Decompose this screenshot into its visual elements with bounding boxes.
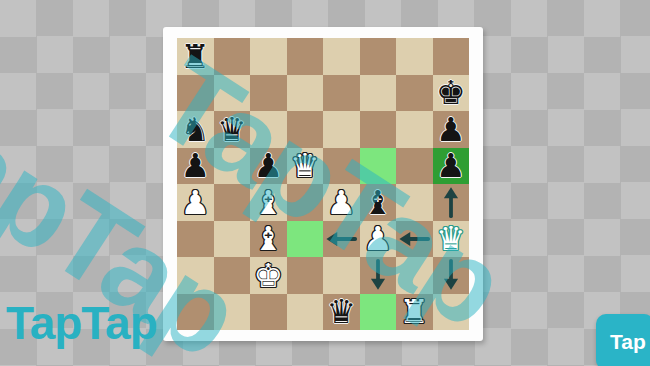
square-f4: ♝ bbox=[360, 184, 397, 221]
piece-white-pawn: ♟ bbox=[363, 222, 393, 255]
square-d8 bbox=[287, 38, 324, 75]
square-e5 bbox=[323, 148, 360, 185]
piece-black-knight: ♞ bbox=[180, 113, 210, 146]
square-f6 bbox=[360, 111, 397, 148]
square-d2 bbox=[287, 257, 324, 294]
piece-white-bishop: ♝ bbox=[253, 186, 283, 219]
square-c5: ♟ bbox=[250, 148, 287, 185]
chess-board-frame: ♜♚♞♛♟♟♟♛♟♟♝♟♝♝♟♛♚♛♜ bbox=[163, 27, 483, 341]
piece-white-pawn: ♟ bbox=[180, 186, 210, 219]
square-a7 bbox=[177, 75, 214, 112]
square-d5: ♛ bbox=[287, 148, 324, 185]
piece-white-queen: ♛ bbox=[290, 149, 320, 182]
square-e4: ♟ bbox=[323, 184, 360, 221]
square-e3 bbox=[323, 221, 360, 258]
square-c6 bbox=[250, 111, 287, 148]
piece-white-rook: ♜ bbox=[399, 295, 429, 328]
square-e6 bbox=[323, 111, 360, 148]
square-h7: ♚ bbox=[433, 75, 470, 112]
square-a8: ♜ bbox=[177, 38, 214, 75]
square-c3: ♝ bbox=[250, 221, 287, 258]
square-b1 bbox=[214, 294, 251, 331]
square-e8 bbox=[323, 38, 360, 75]
square-g5 bbox=[396, 148, 433, 185]
square-b8 bbox=[214, 38, 251, 75]
down-arrow-icon bbox=[361, 258, 395, 292]
taptap-app-icon-label: Tap bbox=[596, 330, 646, 354]
piece-black-pawn: ♟ bbox=[180, 149, 210, 182]
square-e7 bbox=[323, 75, 360, 112]
square-h8 bbox=[433, 38, 470, 75]
piece-white-bishop: ♝ bbox=[253, 222, 283, 255]
square-b6: ♛ bbox=[214, 111, 251, 148]
square-b2 bbox=[214, 257, 251, 294]
square-f3: ♟ bbox=[360, 221, 397, 258]
square-h5: ♟ bbox=[433, 148, 470, 185]
square-f5 bbox=[360, 148, 397, 185]
square-g2 bbox=[396, 257, 433, 294]
square-f7 bbox=[360, 75, 397, 112]
square-b4 bbox=[214, 184, 251, 221]
square-b7 bbox=[214, 75, 251, 112]
square-d6 bbox=[287, 111, 324, 148]
square-d7 bbox=[287, 75, 324, 112]
square-c7 bbox=[250, 75, 287, 112]
piece-black-king: ♚ bbox=[436, 76, 466, 109]
square-a6: ♞ bbox=[177, 111, 214, 148]
square-c2: ♚ bbox=[250, 257, 287, 294]
left-arrow-icon bbox=[397, 222, 431, 256]
square-e1: ♛ bbox=[323, 294, 360, 331]
square-a5: ♟ bbox=[177, 148, 214, 185]
square-f2 bbox=[360, 257, 397, 294]
square-c8 bbox=[250, 38, 287, 75]
square-h3: ♛ bbox=[433, 221, 470, 258]
square-b5 bbox=[214, 148, 251, 185]
square-g1: ♜ bbox=[396, 294, 433, 331]
left-arrow-icon bbox=[324, 222, 358, 256]
square-d3 bbox=[287, 221, 324, 258]
square-h1 bbox=[433, 294, 470, 331]
square-e2 bbox=[323, 257, 360, 294]
square-d1 bbox=[287, 294, 324, 331]
square-b3 bbox=[214, 221, 251, 258]
square-a2 bbox=[177, 257, 214, 294]
piece-black-pawn: ♟ bbox=[436, 113, 466, 146]
down-arrow-icon bbox=[434, 258, 468, 292]
square-c4: ♝ bbox=[250, 184, 287, 221]
piece-black-queen: ♛ bbox=[217, 113, 247, 146]
square-g8 bbox=[396, 38, 433, 75]
square-g6 bbox=[396, 111, 433, 148]
square-h2 bbox=[433, 257, 470, 294]
piece-white-queen: ♛ bbox=[436, 222, 466, 255]
piece-black-pawn: ♟ bbox=[253, 149, 283, 182]
square-c1 bbox=[250, 294, 287, 331]
square-h4 bbox=[433, 184, 470, 221]
square-g7 bbox=[396, 75, 433, 112]
piece-white-pawn: ♟ bbox=[326, 186, 356, 219]
square-a3 bbox=[177, 221, 214, 258]
screenshot-canvas: { "game": "chess", "position": { "fen": … bbox=[0, 0, 650, 366]
piece-black-queen: ♛ bbox=[326, 295, 356, 328]
piece-white-king: ♚ bbox=[253, 259, 283, 292]
square-g4 bbox=[396, 184, 433, 221]
square-a4: ♟ bbox=[177, 184, 214, 221]
square-f8 bbox=[360, 38, 397, 75]
piece-black-bishop: ♝ bbox=[363, 186, 393, 219]
square-d4 bbox=[287, 184, 324, 221]
chess-board: ♜♚♞♛♟♟♟♛♟♟♝♟♝♝♟♛♚♛♜ bbox=[177, 38, 469, 330]
square-f1 bbox=[360, 294, 397, 331]
square-h6: ♟ bbox=[433, 111, 470, 148]
square-g3 bbox=[396, 221, 433, 258]
taptap-logo: TapTap bbox=[6, 296, 157, 350]
piece-black-rook: ♜ bbox=[180, 40, 210, 73]
piece-black-pawn: ♟ bbox=[436, 149, 466, 182]
square-a1 bbox=[177, 294, 214, 331]
up-arrow-icon bbox=[434, 185, 468, 219]
taptap-app-icon[interactable]: Tap bbox=[596, 314, 650, 366]
